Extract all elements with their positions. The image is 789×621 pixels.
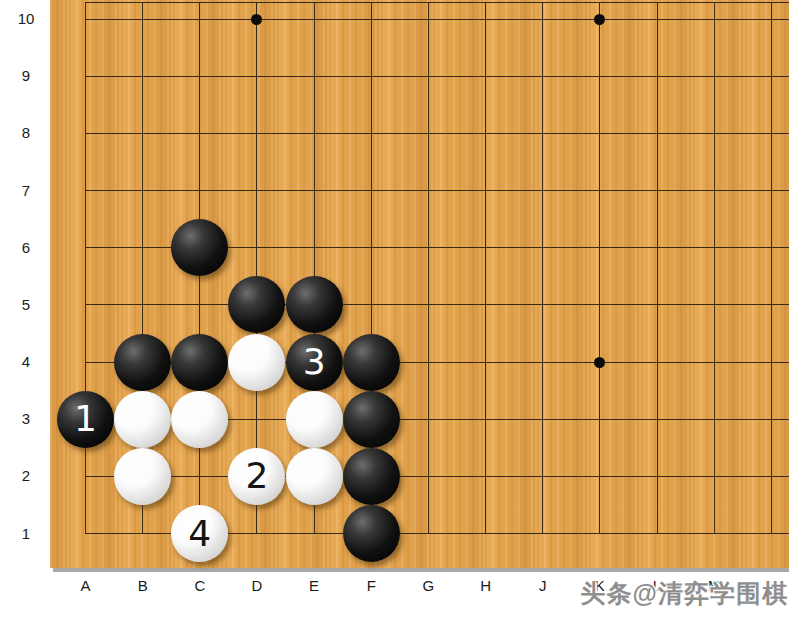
grid-line-row-8 bbox=[85, 133, 789, 134]
grid-line-col-N bbox=[771, 2, 772, 534]
move-number-label: 3 bbox=[303, 344, 326, 380]
black-stone-E5 bbox=[286, 276, 343, 333]
coord-row-7: 7 bbox=[6, 183, 46, 199]
coord-col-E: E bbox=[294, 578, 334, 594]
watermark: 头条@清弈学围棋 bbox=[581, 577, 788, 610]
black-stone-B4 bbox=[114, 334, 171, 391]
black-stone-E4: 3 bbox=[286, 334, 343, 391]
black-stone-F2 bbox=[343, 448, 400, 505]
coord-col-H: H bbox=[466, 578, 506, 594]
coord-row-10: 10 bbox=[6, 11, 46, 27]
black-stone-F1 bbox=[343, 505, 400, 562]
grid-line-col-K bbox=[599, 2, 600, 534]
white-stone-B2 bbox=[114, 448, 171, 505]
coord-col-A: A bbox=[66, 578, 106, 594]
grid-line-row-5 bbox=[85, 304, 789, 305]
coord-col-J: J bbox=[523, 578, 563, 594]
grid-line-col-H bbox=[485, 2, 486, 534]
grid-line-row-9 bbox=[85, 76, 789, 77]
grid-line-col-G bbox=[428, 2, 429, 534]
star-point-K10 bbox=[594, 14, 605, 25]
coord-row-1: 1 bbox=[6, 526, 46, 542]
grid-line-row-10 bbox=[85, 19, 789, 20]
white-stone-C1: 4 bbox=[171, 505, 228, 562]
white-stone-D4 bbox=[228, 334, 285, 391]
coord-col-G: G bbox=[408, 578, 448, 594]
grid-line-col-M bbox=[714, 2, 715, 534]
white-stone-D2: 2 bbox=[228, 448, 285, 505]
coord-row-4: 4 bbox=[6, 354, 46, 370]
coord-row-2: 2 bbox=[6, 468, 46, 484]
grid-line-col-J bbox=[542, 2, 543, 534]
grid-line-row-2 bbox=[85, 476, 789, 477]
move-number-label: 4 bbox=[188, 516, 211, 552]
black-stone-C4 bbox=[171, 334, 228, 391]
coord-row-5: 5 bbox=[6, 297, 46, 313]
grid-line-row-7 bbox=[85, 190, 789, 191]
white-stone-C3 bbox=[171, 391, 228, 448]
white-stone-B3 bbox=[114, 391, 171, 448]
white-stone-E2 bbox=[286, 448, 343, 505]
board-edge-shadow bbox=[53, 568, 789, 572]
coord-col-D: D bbox=[237, 578, 277, 594]
star-point-K4 bbox=[594, 357, 605, 368]
coord-row-3: 3 bbox=[6, 411, 46, 427]
coord-col-C: C bbox=[180, 578, 220, 594]
black-stone-F3 bbox=[343, 391, 400, 448]
move-number-label: 1 bbox=[74, 401, 97, 437]
coord-col-B: B bbox=[123, 578, 163, 594]
coord-row-6: 6 bbox=[6, 240, 46, 256]
black-stone-F4 bbox=[343, 334, 400, 391]
move-number-label: 2 bbox=[245, 458, 268, 494]
black-stone-A3: 1 bbox=[57, 391, 114, 448]
grid-frame-line-top bbox=[85, 2, 789, 3]
go-diagram-page: 10987654321ABCDEFGHJKLMN 3124 头条@清弈学围棋 bbox=[0, 0, 789, 621]
grid-line-col-L bbox=[657, 2, 658, 534]
coord-col-F: F bbox=[351, 578, 391, 594]
grid-line-col-A bbox=[85, 2, 86, 534]
coord-row-9: 9 bbox=[6, 68, 46, 84]
coord-row-8: 8 bbox=[6, 125, 46, 141]
white-stone-E3 bbox=[286, 391, 343, 448]
